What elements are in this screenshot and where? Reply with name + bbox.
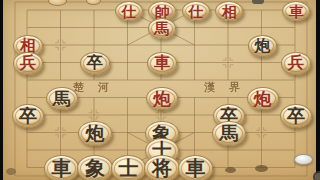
piece-character: 兵 <box>20 53 36 72</box>
piece-red-elephant[interactable]: 相 <box>215 1 243 21</box>
piece-black-horse[interactable]: 馬 <box>46 87 78 111</box>
piece-character: 車 <box>186 156 206 180</box>
piece-red-horse[interactable]: 馬 <box>148 18 177 39</box>
smudge-mark <box>255 165 268 172</box>
piece-character: 馬 <box>53 88 71 109</box>
piece-red-advisor[interactable]: 仕 <box>182 1 210 21</box>
piece-red-chariot[interactable]: 車 <box>282 1 310 21</box>
piece-character: 炮 <box>86 122 105 144</box>
piece-red-cannon[interactable]: 炮 <box>247 87 279 111</box>
piece-character: 仕 <box>188 3 203 20</box>
piece-character: 車 <box>52 156 72 180</box>
piece-character: 相 <box>222 3 237 20</box>
piece-character: 将 <box>152 156 172 180</box>
piece-character: 車 <box>289 3 304 20</box>
game-screen: 楚河 漢界 仕帥仕相車馬相炮兵卒車兵馬炮炮卒卒卒炮象馬士車象士将車 <box>0 0 320 180</box>
piece-red-pawn[interactable]: 兵 <box>281 52 311 74</box>
top-edge-icon <box>252 0 264 4</box>
piece-black-cannon[interactable]: 炮 <box>78 121 112 146</box>
corner-icon[interactable] <box>313 171 320 180</box>
piece-red-cannon[interactable]: 炮 <box>146 87 178 111</box>
piece-character: 象 <box>85 156 105 180</box>
menu-button[interactable] <box>294 154 313 165</box>
river-text-han-jie: 漢界 <box>204 80 254 94</box>
piece-black-horse[interactable]: 馬 <box>212 121 246 146</box>
corner-mark <box>6 168 16 175</box>
piece-black-cannon[interactable]: 炮 <box>248 35 278 56</box>
piece-black-chariot[interactable]: 車 <box>178 155 213 180</box>
piece-character: 馬 <box>220 122 239 144</box>
piece-black-elephant[interactable]: 象 <box>77 155 112 180</box>
piece-black-pawn[interactable]: 卒 <box>80 52 110 74</box>
piece-character: 炮 <box>255 36 271 55</box>
piece-character: 仕 <box>121 3 136 20</box>
piece-character: 馬 <box>154 20 169 38</box>
piece-character: 車 <box>154 53 170 72</box>
piece-character: 炮 <box>254 88 272 109</box>
smudge-mark <box>225 167 236 173</box>
piece-black-king[interactable]: 将 <box>144 155 179 180</box>
piece-character: 卒 <box>287 105 305 126</box>
piece-red-advisor[interactable]: 仕 <box>115 1 143 21</box>
piece-black-advisor[interactable]: 士 <box>111 155 146 180</box>
piece-character: 卒 <box>19 105 37 126</box>
piece-character: 炮 <box>153 88 171 109</box>
piece-black-chariot[interactable]: 車 <box>44 155 79 180</box>
piece-red-chariot[interactable]: 車 <box>147 52 177 74</box>
piece-character: 卒 <box>87 53 103 72</box>
xiangqi-board[interactable]: 楚河 漢界 仕帥仕相車馬相炮兵卒車兵馬炮炮卒卒卒炮象馬士車象士将車 <box>3 0 316 180</box>
piece-character: 兵 <box>288 53 304 72</box>
river-text-chu-he: 楚河 <box>73 80 123 94</box>
piece-red-pawn[interactable]: 兵 <box>13 52 43 74</box>
piece-character: 士 <box>119 156 139 180</box>
